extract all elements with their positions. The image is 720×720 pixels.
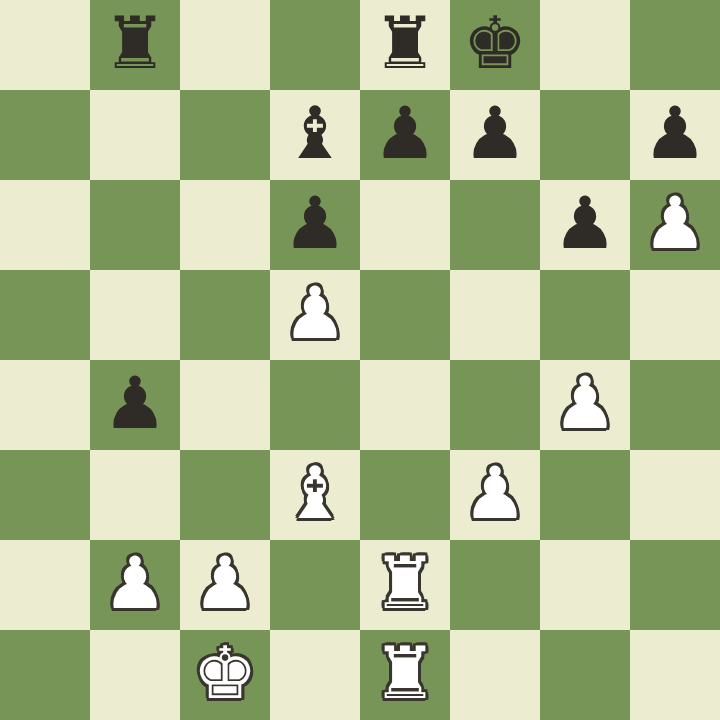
square-g3[interactable] [540, 450, 630, 540]
square-c7[interactable] [180, 90, 270, 180]
piece-black-rook[interactable]: ♜ [103, 0, 168, 88]
square-h2[interactable] [630, 540, 720, 630]
square-b3[interactable] [90, 450, 180, 540]
square-g2[interactable] [540, 540, 630, 630]
square-b1[interactable] [90, 630, 180, 720]
square-g5[interactable] [540, 270, 630, 360]
chess-board: ♜♜♚♝♟♟♟♟♟♟♟♟♟♝♟♟♟♜♚♜ [0, 0, 720, 720]
square-b6[interactable] [90, 180, 180, 270]
square-d8[interactable] [270, 0, 360, 90]
square-b5[interactable] [90, 270, 180, 360]
square-d7[interactable]: ♝ [270, 90, 360, 180]
square-a6[interactable] [0, 180, 90, 270]
square-c4[interactable] [180, 360, 270, 450]
square-f7[interactable]: ♟ [450, 90, 540, 180]
piece-black-pawn[interactable]: ♟ [103, 358, 168, 448]
piece-white-bishop[interactable]: ♝ [283, 448, 348, 538]
piece-black-pawn[interactable]: ♟ [373, 88, 438, 178]
square-a2[interactable] [0, 540, 90, 630]
square-e4[interactable] [360, 360, 450, 450]
square-a7[interactable] [0, 90, 90, 180]
square-g4[interactable]: ♟ [540, 360, 630, 450]
square-c5[interactable] [180, 270, 270, 360]
square-h3[interactable] [630, 450, 720, 540]
piece-white-pawn[interactable]: ♟ [103, 538, 168, 628]
square-b7[interactable] [90, 90, 180, 180]
square-g8[interactable] [540, 0, 630, 90]
piece-black-pawn[interactable]: ♟ [643, 88, 708, 178]
piece-white-pawn[interactable]: ♟ [463, 448, 528, 538]
square-a1[interactable] [0, 630, 90, 720]
square-f8[interactable]: ♚ [450, 0, 540, 90]
piece-black-pawn[interactable]: ♟ [553, 178, 618, 268]
square-h7[interactable]: ♟ [630, 90, 720, 180]
piece-black-bishop[interactable]: ♝ [283, 88, 348, 178]
square-h4[interactable] [630, 360, 720, 450]
square-f1[interactable] [450, 630, 540, 720]
square-d3[interactable]: ♝ [270, 450, 360, 540]
square-c3[interactable] [180, 450, 270, 540]
piece-white-king[interactable]: ♚ [193, 628, 258, 718]
square-h8[interactable] [630, 0, 720, 90]
square-h1[interactable] [630, 630, 720, 720]
square-e6[interactable] [360, 180, 450, 270]
square-d4[interactable] [270, 360, 360, 450]
piece-white-pawn[interactable]: ♟ [283, 268, 348, 358]
square-f6[interactable] [450, 180, 540, 270]
square-e7[interactable]: ♟ [360, 90, 450, 180]
square-h5[interactable] [630, 270, 720, 360]
square-f5[interactable] [450, 270, 540, 360]
square-g1[interactable] [540, 630, 630, 720]
square-c2[interactable]: ♟ [180, 540, 270, 630]
square-b8[interactable]: ♜ [90, 0, 180, 90]
square-f4[interactable] [450, 360, 540, 450]
square-f2[interactable] [450, 540, 540, 630]
square-d5[interactable]: ♟ [270, 270, 360, 360]
square-d6[interactable]: ♟ [270, 180, 360, 270]
square-b4[interactable]: ♟ [90, 360, 180, 450]
piece-white-pawn[interactable]: ♟ [193, 538, 258, 628]
square-c6[interactable] [180, 180, 270, 270]
square-d2[interactable] [270, 540, 360, 630]
square-g6[interactable]: ♟ [540, 180, 630, 270]
square-e2[interactable]: ♜ [360, 540, 450, 630]
square-e8[interactable]: ♜ [360, 0, 450, 90]
square-g7[interactable] [540, 90, 630, 180]
square-a5[interactable] [0, 270, 90, 360]
piece-white-rook[interactable]: ♜ [373, 628, 438, 718]
square-d1[interactable] [270, 630, 360, 720]
square-a3[interactable] [0, 450, 90, 540]
piece-white-pawn[interactable]: ♟ [553, 358, 618, 448]
square-e3[interactable] [360, 450, 450, 540]
square-f3[interactable]: ♟ [450, 450, 540, 540]
square-c1[interactable]: ♚ [180, 630, 270, 720]
piece-black-pawn[interactable]: ♟ [283, 178, 348, 268]
piece-black-rook[interactable]: ♜ [373, 0, 438, 88]
piece-white-rook[interactable]: ♜ [373, 538, 438, 628]
square-b2[interactable]: ♟ [90, 540, 180, 630]
square-c8[interactable] [180, 0, 270, 90]
piece-white-pawn[interactable]: ♟ [643, 178, 708, 268]
square-e5[interactable] [360, 270, 450, 360]
square-e1[interactable]: ♜ [360, 630, 450, 720]
piece-black-king[interactable]: ♚ [463, 0, 528, 88]
piece-black-pawn[interactable]: ♟ [463, 88, 528, 178]
square-a4[interactable] [0, 360, 90, 450]
square-h6[interactable]: ♟ [630, 180, 720, 270]
square-a8[interactable] [0, 0, 90, 90]
